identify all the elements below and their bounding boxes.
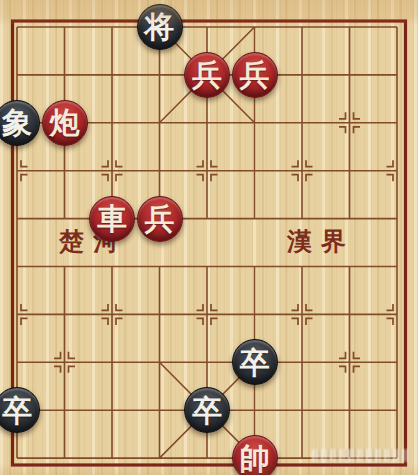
- piece-black-soldier[interactable]: 卒: [232, 339, 278, 385]
- piece-red-soldier[interactable]: 兵: [184, 52, 230, 98]
- piece-red-cannon[interactable]: 炮: [42, 100, 88, 146]
- xiangqi-board[interactable]: 楚河 漢界 将兵兵象炮車兵卒卒卒帥: [0, 0, 418, 475]
- piece-black-soldier[interactable]: 卒: [0, 387, 40, 433]
- piece-black-general[interactable]: 将: [137, 4, 183, 50]
- piece-red-soldier[interactable]: 兵: [137, 196, 183, 242]
- pieces-grid[interactable]: 将兵兵象炮車兵卒卒卒帥: [0, 3, 418, 475]
- piece-red-chariot[interactable]: 車: [89, 196, 135, 242]
- watermark: [312, 449, 409, 462]
- piece-black-elephant[interactable]: 象: [0, 100, 40, 146]
- piece-red-general[interactable]: 帥: [232, 435, 278, 475]
- piece-black-soldier[interactable]: 卒: [184, 387, 230, 433]
- piece-red-soldier[interactable]: 兵: [232, 52, 278, 98]
